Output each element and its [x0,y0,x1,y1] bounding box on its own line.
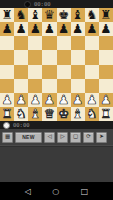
square-b6[interactable] [14,36,28,50]
square-e7[interactable]: ♟ [57,22,71,36]
board-button[interactable]: ▦ [2,132,13,143]
black-p-piece: ♟ [44,22,55,35]
chess-board: ♜♞♝♛♚♝♞♜♟♟♟♟♟♟♟♟♟♟♟♟♟♟♟♟♜♞♝♛♚♝♞♜ [0,8,113,121]
play-icon: ➤ [99,134,104,140]
play-button[interactable]: ➤ [96,132,107,143]
back-icon[interactable]: ◁ [25,188,31,196]
black-r-piece: ♜ [1,8,12,21]
square-c1[interactable]: ♝ [28,107,42,121]
undo-button[interactable]: ◁ [44,132,55,143]
board-icon: ▦ [5,134,10,140]
white-p-piece: ♟ [1,93,12,106]
white-q-piece: ♛ [44,107,55,120]
square-h7[interactable]: ♟ [99,22,113,36]
square-h5[interactable] [99,50,113,64]
square-a5[interactable] [0,50,14,64]
square-a6[interactable] [0,36,14,50]
square-g4[interactable] [85,65,99,79]
square-b4[interactable] [14,65,28,79]
black-b-piece: ♝ [72,8,83,21]
square-h1[interactable]: ♜ [99,107,113,121]
black-n-piece: ♞ [16,8,27,21]
white-n-piece: ♞ [16,107,27,120]
square-d7[interactable]: ♟ [42,22,56,36]
black-p-piece: ♟ [100,22,111,35]
square-h4[interactable] [99,65,113,79]
square-g6[interactable] [85,36,99,50]
square-f5[interactable] [71,50,85,64]
white-p-piece: ♟ [44,93,55,106]
black-p-piece: ♟ [86,22,97,35]
new-game-button[interactable]: NEW [15,132,42,143]
square-c7[interactable]: ♟ [28,22,42,36]
stop-icon: ▢ [73,134,78,140]
white-clock-bar: 00:00 [0,121,113,129]
flip-button[interactable]: ⟳ [83,132,94,143]
square-f4[interactable] [71,65,85,79]
square-b5[interactable] [14,50,28,64]
white-p-piece: ♟ [58,93,69,106]
square-a4[interactable] [0,65,14,79]
black-r-piece: ♜ [100,8,111,21]
square-f1[interactable]: ♝ [71,107,85,121]
black-p-piece: ♟ [30,22,41,35]
square-g1[interactable]: ♞ [85,107,99,121]
black-p-piece: ♟ [72,22,83,35]
black-p-piece: ♟ [58,22,69,35]
square-f7[interactable]: ♟ [71,22,85,36]
black-n-piece: ♞ [86,8,97,21]
white-p-piece: ♟ [72,93,83,106]
home-icon[interactable]: ○ [52,188,59,196]
white-b-piece: ♝ [72,107,83,120]
square-d1[interactable]: ♛ [42,107,56,121]
recents-icon[interactable]: □ [81,188,89,196]
square-f6[interactable] [71,36,85,50]
black-q-piece: ♛ [44,8,55,21]
white-r-piece: ♜ [100,107,111,120]
square-c6[interactable] [28,36,42,50]
white-k-piece: ♚ [58,107,69,120]
square-c5[interactable] [28,50,42,64]
black-p-piece: ♟ [16,22,27,35]
undo-icon: ◁ [47,134,51,140]
white-p-piece: ♟ [30,93,41,106]
black-p-piece: ♟ [1,22,12,35]
white-p-piece: ♟ [16,93,27,106]
square-d4[interactable] [42,65,56,79]
square-d5[interactable] [42,50,56,64]
square-c4[interactable] [28,65,42,79]
square-g5[interactable] [85,50,99,64]
black-k-piece: ♚ [58,8,69,21]
square-e5[interactable] [57,50,71,64]
white-player-icon [3,122,10,129]
white-b-piece: ♝ [30,107,41,120]
flip-icon: ⟳ [86,134,91,140]
square-a7[interactable]: ♟ [0,22,14,36]
square-b7[interactable]: ♟ [14,22,28,36]
white-p-piece: ♟ [86,93,97,106]
square-g7[interactable]: ♟ [85,22,99,36]
square-d6[interactable] [42,36,56,50]
redo-icon: ▷ [60,134,64,140]
empty-area [0,146,113,182]
game-toolbar: ▦ NEW ◁▷▢⟳➤ [0,129,113,146]
white-r-piece: ♜ [1,107,12,120]
square-e6[interactable] [57,36,71,50]
square-h6[interactable] [99,36,113,50]
android-nav-bar: ◁ ○ □ [0,182,113,200]
white-n-piece: ♞ [86,107,97,120]
black-b-piece: ♝ [30,8,41,21]
phone-screen: 00:00 ♜♞♝♛♚♝♞♜♟♟♟♟♟♟♟♟♟♟♟♟♟♟♟♟♜♞♝♛♚♝♞♜ 0… [0,0,113,200]
square-b1[interactable]: ♞ [14,107,28,121]
square-e4[interactable] [57,65,71,79]
redo-button[interactable]: ▷ [57,132,68,143]
white-p-piece: ♟ [100,93,111,106]
stop-button[interactable]: ▢ [70,132,81,143]
square-e1[interactable]: ♚ [57,107,71,121]
white-clock: 00:00 [13,122,30,128]
square-a1[interactable]: ♜ [0,107,14,121]
